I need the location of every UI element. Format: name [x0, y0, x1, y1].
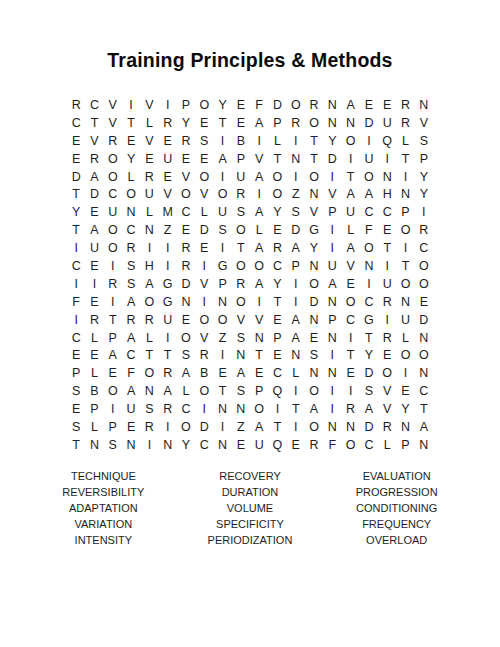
grid-cell[interactable]: L — [177, 382, 195, 400]
grid-cell[interactable]: E — [122, 132, 140, 150]
grid-cell[interactable]: O — [195, 382, 213, 400]
grid-cell[interactable]: O — [341, 436, 359, 454]
grid-cell[interactable]: T — [268, 418, 286, 436]
grid-cell[interactable]: L — [396, 329, 414, 347]
grid-cell[interactable]: A — [122, 293, 140, 311]
grid-cell[interactable]: O — [195, 311, 213, 329]
grid-cell[interactable]: O — [177, 185, 195, 203]
grid-cell[interactable]: R — [195, 346, 213, 364]
grid-cell[interactable]: U — [140, 185, 158, 203]
grid-cell[interactable]: I — [67, 275, 85, 293]
grid-cell[interactable]: N — [396, 418, 414, 436]
grid-cell[interactable]: E — [159, 132, 177, 150]
grid-cell[interactable]: N — [250, 329, 268, 347]
grid-cell[interactable]: N — [140, 382, 158, 400]
grid-cell[interactable]: T — [232, 239, 250, 257]
grid-cell[interactable]: E — [85, 203, 103, 221]
grid-cell[interactable]: F — [360, 221, 378, 239]
grid-cell[interactable]: O — [415, 275, 433, 293]
grid-cell[interactable]: I — [378, 311, 396, 329]
grid-cell[interactable]: E — [268, 346, 286, 364]
grid-cell[interactable]: T — [360, 329, 378, 347]
grid-cell[interactable]: H — [378, 185, 396, 203]
grid-cell[interactable]: R — [232, 275, 250, 293]
grid-cell[interactable]: D — [195, 418, 213, 436]
grid-cell[interactable]: I — [250, 132, 268, 150]
grid-cell[interactable]: Z — [287, 185, 305, 203]
grid-cell[interactable]: T — [287, 400, 305, 418]
grid-cell[interactable]: D — [195, 221, 213, 239]
grid-cell[interactable]: L — [195, 203, 213, 221]
grid-cell[interactable]: D — [177, 275, 195, 293]
grid-cell[interactable]: O — [195, 96, 213, 114]
grid-cell[interactable]: E — [250, 364, 268, 382]
grid-cell[interactable]: T — [67, 436, 85, 454]
grid-cell[interactable]: N — [305, 257, 323, 275]
grid-cell[interactable]: L — [85, 418, 103, 436]
grid-cell[interactable]: A — [341, 96, 359, 114]
grid-cell[interactable]: I — [287, 132, 305, 150]
grid-cell[interactable]: I — [140, 436, 158, 454]
grid-cell[interactable]: U — [323, 257, 341, 275]
grid-cell[interactable]: P — [268, 329, 286, 347]
grid-cell[interactable]: T — [67, 185, 85, 203]
grid-cell[interactable]: T — [305, 150, 323, 168]
grid-cell[interactable]: P — [396, 203, 414, 221]
grid-cell[interactable]: A — [122, 382, 140, 400]
grid-cell[interactable]: Y — [415, 185, 433, 203]
grid-cell[interactable]: R — [67, 96, 85, 114]
grid-cell[interactable]: B — [232, 132, 250, 150]
grid-cell[interactable]: O — [232, 293, 250, 311]
grid-cell[interactable]: U — [85, 239, 103, 257]
grid-cell[interactable]: N — [396, 185, 414, 203]
grid-cell[interactable]: S — [213, 221, 231, 239]
grid-cell[interactable]: R — [396, 96, 414, 114]
grid-cell[interactable]: N — [232, 346, 250, 364]
grid-cell[interactable]: R — [122, 311, 140, 329]
grid-cell[interactable]: T — [104, 311, 122, 329]
grid-cell[interactable]: P — [85, 400, 103, 418]
grid-cell[interactable]: O — [415, 257, 433, 275]
grid-cell[interactable]: Y — [396, 400, 414, 418]
grid-cell[interactable]: E — [415, 293, 433, 311]
grid-cell[interactable]: E — [67, 400, 85, 418]
grid-cell[interactable]: O — [305, 382, 323, 400]
grid-cell[interactable]: I — [122, 96, 140, 114]
grid-cell[interactable]: Y — [415, 168, 433, 186]
grid-cell[interactable]: M — [159, 203, 177, 221]
grid-cell[interactable]: A — [341, 185, 359, 203]
grid-cell[interactable]: P — [415, 150, 433, 168]
grid-cell[interactable]: U — [104, 203, 122, 221]
grid-cell[interactable]: I — [287, 382, 305, 400]
grid-cell[interactable]: R — [177, 257, 195, 275]
grid-cell[interactable]: S — [140, 400, 158, 418]
grid-cell[interactable]: A — [323, 275, 341, 293]
grid-cell[interactable]: V — [232, 311, 250, 329]
grid-cell[interactable]: E — [177, 221, 195, 239]
grid-cell[interactable]: U — [396, 311, 414, 329]
grid-cell[interactable]: T — [396, 257, 414, 275]
grid-cell[interactable]: I — [287, 168, 305, 186]
grid-cell[interactable]: O — [140, 293, 158, 311]
grid-cell[interactable]: I — [104, 293, 122, 311]
grid-cell[interactable]: C — [122, 221, 140, 239]
grid-cell[interactable]: E — [195, 150, 213, 168]
grid-cell[interactable]: O — [140, 364, 158, 382]
grid-cell[interactable]: C — [360, 203, 378, 221]
grid-cell[interactable]: I — [323, 168, 341, 186]
grid-cell[interactable]: O — [305, 114, 323, 132]
grid-cell[interactable]: U — [250, 436, 268, 454]
grid-cell[interactable]: G — [213, 257, 231, 275]
grid-cell[interactable]: L — [140, 114, 158, 132]
grid-cell[interactable]: S — [287, 203, 305, 221]
grid-cell[interactable]: R — [85, 150, 103, 168]
grid-cell[interactable]: E — [268, 221, 286, 239]
grid-cell[interactable]: Q — [378, 132, 396, 150]
grid-cell[interactable]: Y — [360, 346, 378, 364]
grid-cell[interactable]: I — [360, 275, 378, 293]
grid-cell[interactable]: S — [415, 132, 433, 150]
grid-cell[interactable]: Y — [323, 132, 341, 150]
grid-cell[interactable]: C — [378, 203, 396, 221]
grid-cell[interactable]: T — [341, 346, 359, 364]
grid-cell[interactable]: O — [305, 168, 323, 186]
grid-cell[interactable]: D — [85, 185, 103, 203]
grid-cell[interactable]: I — [85, 275, 103, 293]
grid-cell[interactable]: L — [341, 221, 359, 239]
grid-cell[interactable]: A — [250, 168, 268, 186]
grid-cell[interactable]: I — [250, 293, 268, 311]
grid-cell[interactable]: T — [268, 293, 286, 311]
grid-cell[interactable]: V — [250, 150, 268, 168]
grid-cell[interactable]: E — [67, 346, 85, 364]
grid-cell[interactable]: N — [415, 436, 433, 454]
grid-cell[interactable]: A — [159, 382, 177, 400]
grid-cell[interactable]: I — [159, 329, 177, 347]
grid-cell[interactable]: O — [122, 185, 140, 203]
grid-cell[interactable]: O — [250, 400, 268, 418]
grid-cell[interactable]: G — [360, 311, 378, 329]
grid-cell[interactable]: I — [323, 221, 341, 239]
grid-cell[interactable]: L — [268, 132, 286, 150]
grid-cell[interactable]: S — [232, 382, 250, 400]
grid-cell[interactable]: C — [67, 257, 85, 275]
grid-cell[interactable]: T — [396, 150, 414, 168]
grid-cell[interactable]: Y — [122, 150, 140, 168]
grid-cell[interactable]: S — [67, 418, 85, 436]
grid-cell[interactable]: P — [67, 364, 85, 382]
grid-cell[interactable]: V — [195, 185, 213, 203]
grid-cell[interactable]: R — [415, 221, 433, 239]
grid-cell[interactable]: E — [232, 114, 250, 132]
grid-cell[interactable]: O — [396, 275, 414, 293]
grid-cell[interactable]: F — [323, 436, 341, 454]
grid-cell[interactable]: R — [159, 364, 177, 382]
grid-cell[interactable]: L — [140, 203, 158, 221]
grid-cell[interactable]: D — [360, 364, 378, 382]
grid-cell[interactable]: I — [323, 382, 341, 400]
grid-cell[interactable]: I — [360, 132, 378, 150]
grid-cell[interactable]: T — [213, 382, 231, 400]
grid-cell[interactable]: N — [232, 400, 250, 418]
grid-cell[interactable]: E — [85, 293, 103, 311]
grid-cell[interactable]: O — [305, 418, 323, 436]
grid-cell[interactable]: S — [360, 382, 378, 400]
grid-cell[interactable]: R — [104, 132, 122, 150]
grid-cell[interactable]: D — [67, 168, 85, 186]
grid-cell[interactable]: I — [287, 275, 305, 293]
grid-cell[interactable]: T — [67, 221, 85, 239]
grid-cell[interactable]: A — [360, 185, 378, 203]
grid-cell[interactable]: O — [268, 168, 286, 186]
grid-cell[interactable]: N — [140, 221, 158, 239]
grid-cell[interactable]: O — [396, 346, 414, 364]
grid-cell[interactable]: U — [360, 150, 378, 168]
grid-cell[interactable]: R — [268, 239, 286, 257]
grid-cell[interactable]: T — [122, 114, 140, 132]
grid-cell[interactable]: S — [104, 436, 122, 454]
grid-cell[interactable]: C — [67, 114, 85, 132]
grid-cell[interactable]: L — [85, 329, 103, 347]
grid-cell[interactable]: Z — [159, 221, 177, 239]
grid-cell[interactable]: N — [305, 364, 323, 382]
grid-cell[interactable]: P — [396, 436, 414, 454]
grid-cell[interactable]: D — [360, 114, 378, 132]
grid-cell[interactable]: L — [250, 221, 268, 239]
grid-cell[interactable]: B — [85, 382, 103, 400]
grid-cell[interactable]: O — [104, 150, 122, 168]
grid-cell[interactable]: I — [287, 293, 305, 311]
grid-cell[interactable]: E — [140, 150, 158, 168]
grid-cell[interactable]: N — [287, 346, 305, 364]
grid-cell[interactable]: D — [415, 311, 433, 329]
grid-cell[interactable]: S — [195, 132, 213, 150]
grid-cell[interactable]: E — [85, 346, 103, 364]
grid-cell[interactable]: A — [85, 168, 103, 186]
grid-cell[interactable]: R — [122, 239, 140, 257]
grid-cell[interactable]: C — [415, 382, 433, 400]
grid-cell[interactable]: E — [85, 257, 103, 275]
grid-cell[interactable]: U — [232, 168, 250, 186]
grid-cell[interactable]: N — [159, 436, 177, 454]
grid-cell[interactable]: I — [159, 239, 177, 257]
grid-cell[interactable]: A — [360, 400, 378, 418]
grid-cell[interactable]: T — [341, 168, 359, 186]
grid-cell[interactable]: O — [195, 168, 213, 186]
grid-cell[interactable]: S — [122, 275, 140, 293]
grid-cell[interactable]: O — [360, 239, 378, 257]
grid-cell[interactable]: Y — [268, 275, 286, 293]
grid-cell[interactable]: E — [232, 436, 250, 454]
grid-cell[interactable]: A — [177, 364, 195, 382]
grid-cell[interactable]: I — [195, 400, 213, 418]
grid-cell[interactable]: A — [250, 203, 268, 221]
grid-cell[interactable]: V — [85, 132, 103, 150]
grid-cell[interactable]: A — [85, 221, 103, 239]
grid-cell[interactable]: V — [378, 400, 396, 418]
grid-cell[interactable]: O — [213, 185, 231, 203]
grid-cell[interactable]: I — [396, 168, 414, 186]
grid-cell[interactable]: E — [67, 150, 85, 168]
grid-cell[interactable]: E — [122, 418, 140, 436]
grid-cell[interactable]: R — [85, 311, 103, 329]
grid-cell[interactable]: N — [378, 168, 396, 186]
grid-cell[interactable]: E — [268, 311, 286, 329]
grid-cell[interactable]: O — [341, 132, 359, 150]
grid-cell[interactable]: P — [268, 114, 286, 132]
grid-cell[interactable]: N — [341, 418, 359, 436]
grid-cell[interactable]: F — [122, 364, 140, 382]
grid-cell[interactable]: E — [67, 132, 85, 150]
grid-cell[interactable]: I — [378, 150, 396, 168]
grid-cell[interactable]: D — [305, 293, 323, 311]
grid-cell[interactable]: C — [360, 436, 378, 454]
grid-cell[interactable]: E — [378, 346, 396, 364]
grid-cell[interactable]: N — [213, 293, 231, 311]
grid-cell[interactable]: U — [341, 203, 359, 221]
grid-cell[interactable]: A — [287, 329, 305, 347]
grid-cell[interactable]: N — [415, 329, 433, 347]
grid-cell[interactable]: P — [213, 275, 231, 293]
grid-cell[interactable]: I — [195, 293, 213, 311]
grid-cell[interactable]: P — [232, 150, 250, 168]
grid-cell[interactable]: V — [341, 257, 359, 275]
grid-cell[interactable]: I — [341, 150, 359, 168]
grid-cell[interactable]: V — [140, 132, 158, 150]
grid-cell[interactable]: O — [104, 168, 122, 186]
grid-cell[interactable]: U — [378, 114, 396, 132]
grid-cell[interactable]: V — [104, 114, 122, 132]
grid-cell[interactable]: O — [360, 168, 378, 186]
grid-cell[interactable]: N — [213, 400, 231, 418]
grid-cell[interactable]: R — [378, 329, 396, 347]
grid-cell[interactable]: N — [323, 293, 341, 311]
grid-cell[interactable]: I — [323, 239, 341, 257]
grid-cell[interactable]: I — [67, 239, 85, 257]
grid-cell[interactable]: A — [250, 418, 268, 436]
grid-cell[interactable]: U — [159, 311, 177, 329]
grid-cell[interactable]: V — [140, 96, 158, 114]
grid-cell[interactable]: V — [104, 96, 122, 114]
grid-cell[interactable]: R — [305, 96, 323, 114]
grid-cell[interactable]: O — [213, 311, 231, 329]
grid-cell[interactable]: O — [104, 239, 122, 257]
grid-cell[interactable]: Z — [232, 418, 250, 436]
grid-cell[interactable]: N — [85, 436, 103, 454]
grid-cell[interactable]: R — [287, 114, 305, 132]
grid-cell[interactable]: T — [213, 114, 231, 132]
grid-cell[interactable]: L — [122, 168, 140, 186]
grid-cell[interactable]: L — [378, 436, 396, 454]
grid-cell[interactable]: R — [140, 418, 158, 436]
grid-cell[interactable]: O — [287, 96, 305, 114]
grid-cell[interactable]: P — [104, 418, 122, 436]
grid-cell[interactable]: A — [140, 275, 158, 293]
grid-cell[interactable]: G — [305, 221, 323, 239]
grid-cell[interactable]: C — [85, 96, 103, 114]
grid-cell[interactable]: S — [232, 203, 250, 221]
grid-cell[interactable]: P — [323, 311, 341, 329]
grid-cell[interactable]: E — [104, 364, 122, 382]
grid-cell[interactable]: N — [323, 96, 341, 114]
grid-cell[interactable]: R — [159, 114, 177, 132]
grid-cell[interactable]: R — [232, 185, 250, 203]
grid-cell[interactable]: L — [396, 132, 414, 150]
grid-cell[interactable]: I — [378, 257, 396, 275]
grid-cell[interactable]: E — [159, 168, 177, 186]
grid-cell[interactable]: I — [159, 257, 177, 275]
grid-cell[interactable]: E — [396, 382, 414, 400]
grid-cell[interactable]: R — [378, 293, 396, 311]
grid-cell[interactable]: C — [360, 293, 378, 311]
grid-cell[interactable]: Y — [177, 114, 195, 132]
grid-cell[interactable]: U — [213, 203, 231, 221]
grid-cell[interactable]: I — [159, 418, 177, 436]
grid-cell[interactable]: A — [104, 346, 122, 364]
grid-cell[interactable]: N — [177, 293, 195, 311]
grid-cell[interactable]: E — [195, 239, 213, 257]
grid-cell[interactable]: D — [268, 96, 286, 114]
grid-cell[interactable]: R — [177, 239, 195, 257]
grid-cell[interactable]: N — [396, 293, 414, 311]
grid-cell[interactable]: A — [287, 311, 305, 329]
grid-cell[interactable]: O — [232, 257, 250, 275]
grid-cell[interactable]: G — [159, 293, 177, 311]
grid-cell[interactable]: V — [378, 382, 396, 400]
grid-cell[interactable]: E — [177, 311, 195, 329]
grid-cell[interactable]: N — [305, 311, 323, 329]
grid-cell[interactable]: T — [159, 346, 177, 364]
grid-cell[interactable]: I — [323, 346, 341, 364]
grid-cell[interactable]: C — [177, 203, 195, 221]
grid-cell[interactable]: A — [250, 239, 268, 257]
grid-cell[interactable]: O — [396, 221, 414, 239]
grid-cell[interactable]: E — [378, 221, 396, 239]
grid-cell[interactable]: P — [177, 96, 195, 114]
grid-cell[interactable]: O — [250, 257, 268, 275]
grid-cell[interactable]: A — [250, 275, 268, 293]
grid-cell[interactable]: A — [213, 150, 231, 168]
grid-cell[interactable]: I — [415, 203, 433, 221]
grid-cell[interactable]: A — [415, 418, 433, 436]
grid-cell[interactable]: Y — [305, 239, 323, 257]
grid-cell[interactable]: I — [250, 185, 268, 203]
grid-cell[interactable]: I — [341, 329, 359, 347]
grid-cell[interactable]: G — [159, 275, 177, 293]
grid-cell[interactable]: A — [305, 400, 323, 418]
grid-cell[interactable]: R — [177, 132, 195, 150]
grid-cell[interactable]: C — [67, 329, 85, 347]
grid-cell[interactable]: O — [341, 293, 359, 311]
grid-cell[interactable]: E — [287, 436, 305, 454]
grid-cell[interactable]: P — [104, 329, 122, 347]
grid-cell[interactable]: E — [195, 114, 213, 132]
grid-cell[interactable]: I — [140, 239, 158, 257]
grid-cell[interactable]: E — [213, 364, 231, 382]
grid-cell[interactable]: R — [341, 400, 359, 418]
grid-cell[interactable]: A — [341, 239, 359, 257]
grid-cell[interactable]: O — [305, 275, 323, 293]
grid-cell[interactable]: S — [232, 329, 250, 347]
grid-cell[interactable]: Q — [268, 382, 286, 400]
grid-cell[interactable]: U — [378, 275, 396, 293]
grid-cell[interactable]: N — [122, 436, 140, 454]
grid-cell[interactable]: E — [378, 96, 396, 114]
grid-cell[interactable]: U — [159, 150, 177, 168]
